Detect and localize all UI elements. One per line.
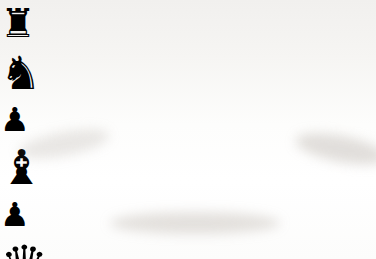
black-rook-glyph: ♜ <box>0 0 36 46</box>
piece-black-queen[interactable]: ♛ <box>0 234 376 259</box>
product-photo: ♜♞♟♝♟♛♟♚♟♝♟♞♟♟♜♟♟♜♟♟♞♟♝♟♛♟♚♟♝♟♞♜ <box>0 0 376 259</box>
black-pawn-glyph: ♟ <box>0 195 30 234</box>
black-pawn-glyph: ♟ <box>0 100 30 139</box>
black-knight-glyph: ♞ <box>0 46 41 100</box>
black-queen-glyph: ♛ <box>0 234 48 259</box>
piece-black-rook[interactable]: ♜ <box>0 0 376 46</box>
